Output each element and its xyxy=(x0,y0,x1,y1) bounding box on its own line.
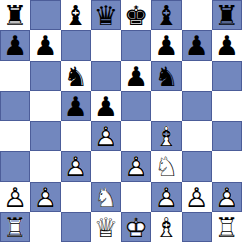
white-pawn-piece[interactable]: ♟♙ xyxy=(151,182,181,212)
white-pawn-icon: ♟ xyxy=(182,183,212,210)
square-f6[interactable]: ♞ xyxy=(151,61,181,91)
white-bishop-piece[interactable]: ♝♗ xyxy=(151,212,181,242)
white-pawn-piece[interactable]: ♟♙ xyxy=(121,151,151,181)
white-bishop-outline-icon: ♗ xyxy=(151,123,181,150)
black-king-icon: ♚ xyxy=(121,2,151,29)
black-pawn-icon: ♟ xyxy=(151,32,181,59)
white-pawn-outline-icon: ♙ xyxy=(61,153,91,180)
square-d5[interactable]: ♟ xyxy=(91,91,121,121)
square-h2[interactable]: ♟♙ xyxy=(212,182,242,212)
square-d4[interactable]: ♟♙ xyxy=(91,121,121,151)
square-b1[interactable] xyxy=(30,212,60,242)
square-e7[interactable] xyxy=(121,30,151,60)
black-knight-icon: ♞ xyxy=(151,62,181,89)
chess-board: ♜♝♛♚♝♜♟♟♟♟♟♞♟♞♟♟♟♙♝♗♟♙♟♙♞♘♟♙♟♙♞♘♟♙♟♙♟♙♜♖… xyxy=(0,0,242,242)
black-bishop-piece[interactable]: ♝ xyxy=(61,0,91,30)
black-knight-icon: ♞ xyxy=(61,62,91,89)
square-c6[interactable]: ♞ xyxy=(61,61,91,91)
square-d7[interactable] xyxy=(91,30,121,60)
black-bishop-icon: ♝ xyxy=(61,2,91,29)
square-f2[interactable]: ♟♙ xyxy=(151,182,181,212)
square-g6[interactable] xyxy=(182,61,212,91)
white-queen-outline-icon: ♕ xyxy=(91,213,121,240)
square-f5[interactable] xyxy=(151,91,181,121)
black-pawn-icon: ♟ xyxy=(30,32,60,59)
square-e5[interactable] xyxy=(121,91,151,121)
square-a1[interactable]: ♜♖ xyxy=(0,212,30,242)
black-rook-piece[interactable]: ♜ xyxy=(0,0,30,30)
square-d8[interactable]: ♛ xyxy=(91,0,121,30)
square-e6[interactable]: ♟ xyxy=(121,61,151,91)
square-f1[interactable]: ♝♗ xyxy=(151,212,181,242)
square-a6[interactable] xyxy=(0,61,30,91)
square-a4[interactable] xyxy=(0,121,30,151)
black-pawn-piece[interactable]: ♟ xyxy=(91,91,121,121)
black-rook-piece[interactable]: ♜ xyxy=(212,0,242,30)
square-c3[interactable]: ♟♙ xyxy=(61,151,91,181)
white-bishop-outline-icon: ♗ xyxy=(151,213,181,240)
white-knight-outline-icon: ♘ xyxy=(151,153,181,180)
white-pawn-icon: ♟ xyxy=(121,153,151,180)
white-queen-icon: ♛ xyxy=(91,213,121,240)
square-f4[interactable]: ♝♗ xyxy=(151,121,181,151)
white-knight-piece[interactable]: ♞♘ xyxy=(91,182,121,212)
white-pawn-piece[interactable]: ♟♙ xyxy=(30,182,60,212)
square-g1[interactable] xyxy=(182,212,212,242)
square-d2[interactable]: ♞♘ xyxy=(91,182,121,212)
black-pawn-piece[interactable]: ♟ xyxy=(30,30,60,60)
square-h1[interactable]: ♜♖ xyxy=(212,212,242,242)
white-pawn-outline-icon: ♙ xyxy=(91,123,121,150)
square-c4[interactable] xyxy=(61,121,91,151)
square-a8[interactable]: ♜ xyxy=(0,0,30,30)
square-a5[interactable] xyxy=(0,91,30,121)
black-pawn-piece[interactable]: ♟ xyxy=(182,30,212,60)
white-rook-piece[interactable]: ♜♖ xyxy=(0,212,30,242)
white-bishop-icon: ♝ xyxy=(151,123,181,150)
white-rook-icon: ♜ xyxy=(0,213,30,240)
white-rook-outline-icon: ♖ xyxy=(0,213,30,240)
square-d6[interactable] xyxy=(91,61,121,91)
black-pawn-piece[interactable]: ♟ xyxy=(0,30,30,60)
white-pawn-piece[interactable]: ♟♙ xyxy=(91,121,121,151)
square-b4[interactable] xyxy=(30,121,60,151)
square-b3[interactable] xyxy=(30,151,60,181)
white-knight-outline-icon: ♘ xyxy=(91,183,121,210)
white-pawn-icon: ♟ xyxy=(151,183,181,210)
white-knight-piece[interactable]: ♞♘ xyxy=(151,151,181,181)
white-pawn-piece[interactable]: ♟♙ xyxy=(182,182,212,212)
square-e2[interactable] xyxy=(121,182,151,212)
white-pawn-icon: ♟ xyxy=(0,183,30,210)
white-king-icon: ♚ xyxy=(121,213,151,240)
square-b6[interactable] xyxy=(30,61,60,91)
square-h5[interactable] xyxy=(212,91,242,121)
white-pawn-icon: ♟ xyxy=(30,183,60,210)
white-knight-icon: ♞ xyxy=(151,153,181,180)
white-knight-icon: ♞ xyxy=(91,183,121,210)
black-knight-piece[interactable]: ♞ xyxy=(151,61,181,91)
white-king-piece[interactable]: ♚♔ xyxy=(121,212,151,242)
black-bishop-icon: ♝ xyxy=(151,2,181,29)
black-rook-icon: ♜ xyxy=(0,2,30,29)
white-pawn-outline-icon: ♙ xyxy=(30,183,60,210)
square-d1[interactable]: ♛♕ xyxy=(91,212,121,242)
white-bishop-piece[interactable]: ♝♗ xyxy=(151,121,181,151)
square-e3[interactable]: ♟♙ xyxy=(121,151,151,181)
black-pawn-icon: ♟ xyxy=(0,32,30,59)
black-pawn-icon: ♟ xyxy=(182,32,212,59)
black-pawn-piece[interactable]: ♟ xyxy=(121,61,151,91)
square-h3[interactable] xyxy=(212,151,242,181)
white-pawn-outline-icon: ♙ xyxy=(151,183,181,210)
white-rook-outline-icon: ♖ xyxy=(212,213,242,240)
square-a2[interactable]: ♟♙ xyxy=(0,182,30,212)
square-g2[interactable]: ♟♙ xyxy=(182,182,212,212)
square-g8[interactable] xyxy=(182,0,212,30)
square-f7[interactable]: ♟ xyxy=(151,30,181,60)
black-pawn-icon: ♟ xyxy=(91,92,121,119)
black-pawn-piece[interactable]: ♟ xyxy=(151,30,181,60)
square-e8[interactable]: ♚ xyxy=(121,0,151,30)
square-b8[interactable] xyxy=(30,0,60,30)
square-g7[interactable]: ♟ xyxy=(182,30,212,60)
square-b2[interactable]: ♟♙ xyxy=(30,182,60,212)
square-g5[interactable] xyxy=(182,91,212,121)
black-knight-piece[interactable]: ♞ xyxy=(61,61,91,91)
square-c7[interactable] xyxy=(61,30,91,60)
square-e1[interactable]: ♚♔ xyxy=(121,212,151,242)
black-rook-icon: ♜ xyxy=(212,2,242,29)
white-pawn-piece[interactable]: ♟♙ xyxy=(61,151,91,181)
square-e4[interactable] xyxy=(121,121,151,151)
square-a7[interactable]: ♟ xyxy=(0,30,30,60)
square-b5[interactable] xyxy=(30,91,60,121)
white-pawn-icon: ♟ xyxy=(212,183,242,210)
white-pawn-piece[interactable]: ♟♙ xyxy=(212,182,242,212)
square-d3[interactable] xyxy=(91,151,121,181)
black-pawn-piece[interactable]: ♟ xyxy=(212,30,242,60)
white-rook-icon: ♜ xyxy=(212,213,242,240)
square-a3[interactable] xyxy=(0,151,30,181)
white-queen-piece[interactable]: ♛♕ xyxy=(91,212,121,242)
square-h6[interactable] xyxy=(212,61,242,91)
white-pawn-outline-icon: ♙ xyxy=(182,183,212,210)
square-g4[interactable] xyxy=(182,121,212,151)
square-f3[interactable]: ♞♘ xyxy=(151,151,181,181)
square-c8[interactable]: ♝ xyxy=(61,0,91,30)
square-c5[interactable]: ♟ xyxy=(61,91,91,121)
black-pawn-icon: ♟ xyxy=(61,92,91,119)
white-pawn-icon: ♟ xyxy=(91,123,121,150)
black-bishop-piece[interactable]: ♝ xyxy=(151,0,181,30)
white-pawn-icon: ♟ xyxy=(61,153,91,180)
black-queen-piece[interactable]: ♛ xyxy=(91,0,121,30)
white-pawn-outline-icon: ♙ xyxy=(121,153,151,180)
white-king-outline-icon: ♔ xyxy=(121,213,151,240)
white-pawn-outline-icon: ♙ xyxy=(0,183,30,210)
white-bishop-icon: ♝ xyxy=(151,213,181,240)
square-h4[interactable] xyxy=(212,121,242,151)
square-h7[interactable]: ♟ xyxy=(212,30,242,60)
white-rook-piece[interactable]: ♜♖ xyxy=(212,212,242,242)
square-c1[interactable] xyxy=(61,212,91,242)
black-queen-icon: ♛ xyxy=(91,2,121,29)
square-c2[interactable] xyxy=(61,182,91,212)
black-pawn-icon: ♟ xyxy=(212,32,242,59)
square-h8[interactable]: ♜ xyxy=(212,0,242,30)
white-pawn-outline-icon: ♙ xyxy=(212,183,242,210)
black-pawn-icon: ♟ xyxy=(121,62,151,89)
black-pawn-piece[interactable]: ♟ xyxy=(61,91,91,121)
square-b7[interactable]: ♟ xyxy=(30,30,60,60)
square-f8[interactable]: ♝ xyxy=(151,0,181,30)
white-pawn-piece[interactable]: ♟♙ xyxy=(0,182,30,212)
black-king-piece[interactable]: ♚ xyxy=(121,0,151,30)
square-g3[interactable] xyxy=(182,151,212,181)
